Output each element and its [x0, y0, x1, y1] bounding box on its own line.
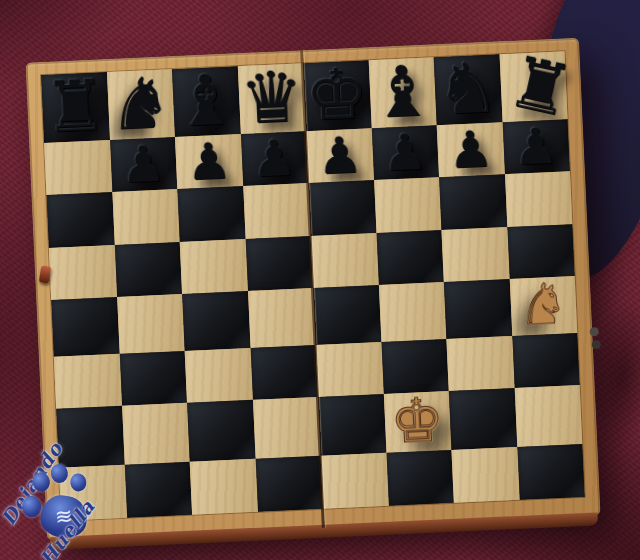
square-d2[interactable] [252, 397, 320, 459]
square-d8[interactable]: ♛ [237, 63, 305, 133]
square-c8[interactable]: ♝ [172, 66, 240, 136]
square-e4[interactable] [313, 286, 381, 345]
square-a2[interactable] [56, 406, 124, 468]
square-d3[interactable] [250, 345, 318, 401]
piece-black-pawn-c7[interactable]: ♟ [185, 137, 232, 186]
piece-black-bishop-f8[interactable]: ♝ [370, 57, 436, 126]
square-c6[interactable] [177, 186, 245, 242]
square-g6[interactable] [439, 174, 507, 230]
square-d6[interactable] [243, 183, 311, 239]
square-c5[interactable] [180, 239, 248, 295]
piece-black-king-e8[interactable]: ♚ [304, 60, 370, 129]
square-e5[interactable] [311, 233, 379, 289]
square-g1[interactable] [451, 447, 519, 503]
square-a3[interactable] [54, 354, 122, 410]
square-f4[interactable] [378, 283, 446, 342]
piece-black-pawn-f7[interactable]: ♟ [382, 128, 429, 177]
square-f7[interactable]: ♟ [371, 125, 439, 181]
piece-black-queen-d8[interactable]: ♛ [239, 63, 305, 132]
square-c7[interactable]: ♟ [175, 134, 243, 190]
square-h4[interactable]: ♞ [509, 277, 577, 336]
square-g3[interactable] [446, 336, 514, 392]
square-g7[interactable]: ♟ [437, 122, 505, 178]
square-c3[interactable] [185, 348, 253, 404]
piece-black-pawn-g7[interactable]: ♟ [447, 125, 494, 174]
square-c4[interactable] [182, 291, 250, 350]
square-a4[interactable] [51, 297, 119, 356]
square-a5[interactable] [49, 245, 117, 301]
square-a6[interactable] [46, 192, 114, 248]
square-e7[interactable]: ♟ [306, 128, 374, 184]
square-e3[interactable] [316, 342, 384, 398]
board-clasp-right [587, 325, 604, 352]
square-a1[interactable] [59, 465, 127, 521]
square-c2[interactable] [187, 400, 255, 462]
square-c1[interactable] [190, 459, 258, 515]
paw-toe [21, 495, 43, 518]
piece-black-pawn-b7[interactable]: ♟ [120, 140, 167, 189]
piece-black-knight-b8[interactable]: ♞ [108, 69, 174, 138]
square-f5[interactable] [376, 230, 444, 286]
square-f2[interactable]: ♚ [383, 391, 451, 453]
square-e8[interactable]: ♚ [303, 60, 371, 130]
piece-black-knight-g8[interactable]: ♞ [435, 54, 501, 123]
piece-black-pawn-h7[interactable]: ♟ [513, 122, 560, 171]
square-b2[interactable] [122, 403, 190, 465]
photo-scene: ♜♞♝♛♚♝♞♜♟♟♟♟♟♟♟♞♚ Dejando ≋ Huella [0, 0, 640, 560]
square-d7[interactable]: ♟ [240, 131, 308, 187]
square-h8[interactable]: ♜ [499, 51, 567, 121]
square-b4[interactable] [117, 294, 185, 353]
square-b8[interactable]: ♞ [106, 69, 174, 139]
square-b1[interactable] [124, 462, 192, 518]
square-h2[interactable] [514, 385, 582, 447]
square-f1[interactable] [386, 450, 454, 506]
piece-white-knight-h4[interactable]: ♞ [517, 277, 570, 332]
piece-black-rook-a8[interactable]: ♜ [42, 72, 108, 141]
board-grid: ♜♞♝♛♚♝♞♜♟♟♟♟♟♟♟♞♚ [41, 51, 585, 520]
chess-board: ♜♞♝♛♚♝♞♜♟♟♟♟♟♟♟♞♚ [25, 38, 600, 541]
piece-black-bishop-c8[interactable]: ♝ [173, 66, 239, 135]
square-b6[interactable] [112, 189, 180, 245]
square-h7[interactable]: ♟ [502, 119, 570, 175]
square-a7[interactable] [44, 140, 112, 196]
square-b7[interactable]: ♟ [110, 137, 178, 193]
square-g8[interactable]: ♞ [434, 54, 502, 124]
square-b5[interactable] [114, 242, 182, 298]
square-a8[interactable]: ♜ [41, 72, 109, 142]
square-f6[interactable] [374, 177, 442, 233]
piece-black-rook-h8[interactable]: ♜ [502, 47, 578, 125]
piece-black-pawn-d7[interactable]: ♟ [251, 134, 298, 183]
square-g5[interactable] [441, 227, 509, 283]
square-h1[interactable] [517, 444, 585, 500]
square-g4[interactable] [444, 280, 512, 339]
square-d4[interactable] [248, 288, 316, 347]
square-d5[interactable] [245, 236, 313, 292]
square-h3[interactable] [512, 333, 580, 389]
square-g2[interactable] [449, 388, 517, 450]
piece-black-pawn-e7[interactable]: ♟ [316, 131, 363, 180]
square-d1[interactable] [255, 456, 323, 512]
square-e6[interactable] [308, 180, 376, 236]
square-h6[interactable] [504, 171, 572, 227]
square-b3[interactable] [119, 351, 187, 407]
square-e2[interactable] [318, 394, 386, 456]
square-e1[interactable] [321, 453, 389, 509]
square-f8[interactable]: ♝ [368, 57, 436, 127]
piece-white-king-f2[interactable]: ♚ [389, 392, 445, 451]
